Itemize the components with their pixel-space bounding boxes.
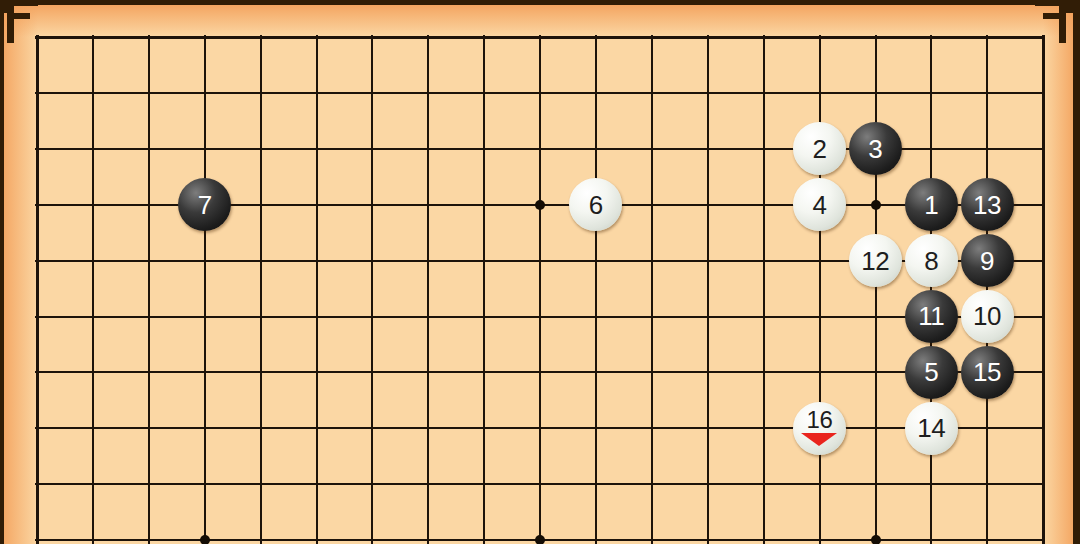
stone-white-6: 6 xyxy=(569,178,622,231)
frame-corner-ornament-icon xyxy=(1033,0,1073,56)
stone-black-9: 9 xyxy=(961,234,1014,287)
move-number: 15 xyxy=(973,359,1001,385)
stone-white-16: 16 xyxy=(793,402,846,455)
stone-black-3: 3 xyxy=(849,122,902,175)
move-number: 8 xyxy=(924,248,938,274)
frame-left-border xyxy=(0,0,4,544)
stone-black-15: 15 xyxy=(961,346,1014,399)
frame-right-border xyxy=(1073,0,1080,544)
stones-layer: 12345678910111213141516 xyxy=(9,9,1071,544)
stone-white-2: 2 xyxy=(793,122,846,175)
stone-black-7: 7 xyxy=(178,178,231,231)
stone-white-14: 14 xyxy=(905,402,958,455)
move-number: 4 xyxy=(812,192,826,218)
move-number: 16 xyxy=(807,408,833,432)
stone-white-10: 10 xyxy=(961,290,1014,343)
stone-black-13: 13 xyxy=(961,178,1014,231)
move-number: 9 xyxy=(980,248,994,274)
move-number: 13 xyxy=(973,192,1001,218)
move-number: 12 xyxy=(861,248,889,274)
move-number: 1 xyxy=(924,192,938,218)
move-number: 5 xyxy=(924,359,938,385)
move-number: 3 xyxy=(868,136,882,162)
stone-black-11: 11 xyxy=(905,290,958,343)
stone-black-5: 5 xyxy=(905,346,958,399)
move-number: 6 xyxy=(589,192,603,218)
move-number: 10 xyxy=(973,303,1001,329)
stone-black-1: 1 xyxy=(905,178,958,231)
move-number: 7 xyxy=(198,192,212,218)
move-number: 2 xyxy=(812,136,826,162)
last-move-marker-icon xyxy=(801,433,837,446)
frame-top-border xyxy=(0,0,1080,5)
move-number: 14 xyxy=(917,415,945,441)
stone-white-8: 8 xyxy=(905,234,958,287)
stone-white-12: 12 xyxy=(849,234,902,287)
stone-white-4: 4 xyxy=(793,178,846,231)
go-app-screen: 12345678910111213141516 xyxy=(0,0,1080,544)
frame-corner-ornament-icon xyxy=(0,0,40,56)
move-number: 11 xyxy=(918,303,944,329)
